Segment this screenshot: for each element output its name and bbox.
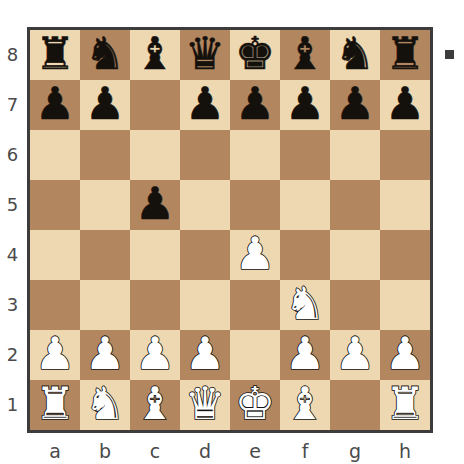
square-h3[interactable] (380, 280, 430, 330)
black-pawn-e7[interactable]: ♟ (235, 80, 275, 129)
square-c7[interactable] (130, 80, 180, 130)
square-a4[interactable] (30, 230, 80, 280)
square-d3[interactable] (180, 280, 230, 330)
chess-app-window: ♜♞♝♛♚♝♞♜♟♟♟♟♟♟♟♟♟♞♟♟♟♟♟♟♟♜♞♝♛♚♝♜ 8765432… (0, 0, 464, 464)
square-e1[interactable]: ♚ (230, 380, 280, 430)
file-label-g: g (330, 438, 380, 464)
black-pawn-f7[interactable]: ♟ (285, 80, 325, 129)
black-pawn-d7[interactable]: ♟ (185, 80, 225, 129)
square-f6[interactable] (280, 130, 330, 180)
file-label-c: c (130, 438, 180, 464)
rank-label-8: 8 (0, 30, 25, 80)
rank-label-6: 6 (0, 130, 25, 180)
square-h6[interactable] (380, 130, 430, 180)
square-b2[interactable]: ♟ (80, 330, 130, 380)
square-a6[interactable] (30, 130, 80, 180)
square-e6[interactable] (230, 130, 280, 180)
square-d7[interactable]: ♟ (180, 80, 230, 130)
square-b8[interactable]: ♞ (80, 30, 130, 80)
square-d6[interactable] (180, 130, 230, 180)
square-a8[interactable]: ♜ (30, 30, 80, 80)
white-pawn-d2[interactable]: ♟ (185, 330, 225, 379)
square-h2[interactable]: ♟ (380, 330, 430, 380)
square-b6[interactable] (80, 130, 130, 180)
square-e4[interactable]: ♟ (230, 230, 280, 280)
white-bishop-c1[interactable]: ♝ (135, 380, 175, 429)
rank-label-3: 3 (0, 280, 25, 330)
black-knight-g8[interactable]: ♞ (335, 30, 375, 79)
square-c2[interactable]: ♟ (130, 330, 180, 380)
file-label-f: f (280, 438, 330, 464)
square-a7[interactable]: ♟ (30, 80, 80, 130)
square-g2[interactable]: ♟ (330, 330, 380, 380)
square-g4[interactable] (330, 230, 380, 280)
square-a1[interactable]: ♜ (30, 380, 80, 430)
rank-label-5: 5 (0, 180, 25, 230)
white-knight-f3[interactable]: ♞ (285, 280, 325, 329)
black-bishop-c8[interactable]: ♝ (135, 30, 175, 79)
rank-label-4: 4 (0, 230, 25, 280)
square-c4[interactable] (130, 230, 180, 280)
black-rook-h8[interactable]: ♜ (385, 30, 425, 79)
black-queen-d8[interactable]: ♛ (185, 30, 225, 79)
white-rook-a1[interactable]: ♜ (35, 380, 75, 429)
rank-label-1: 1 (0, 380, 25, 430)
square-h5[interactable] (380, 180, 430, 230)
square-d4[interactable] (180, 230, 230, 280)
square-g7[interactable]: ♟ (330, 80, 380, 130)
square-f5[interactable] (280, 180, 330, 230)
black-knight-b8[interactable]: ♞ (85, 30, 125, 79)
square-d5[interactable] (180, 180, 230, 230)
square-d1[interactable]: ♛ (180, 380, 230, 430)
black-pawn-b7[interactable]: ♟ (85, 80, 125, 129)
square-f3[interactable]: ♞ (280, 280, 330, 330)
square-h7[interactable]: ♟ (380, 80, 430, 130)
white-queen-d1[interactable]: ♛ (185, 380, 225, 429)
file-label-a: a (30, 438, 80, 464)
square-d2[interactable]: ♟ (180, 330, 230, 380)
chess-board: ♜♞♝♛♚♝♞♜♟♟♟♟♟♟♟♟♟♞♟♟♟♟♟♟♟♜♞♝♛♚♝♜ (27, 27, 433, 433)
square-c6[interactable] (130, 130, 180, 180)
square-g8[interactable]: ♞ (330, 30, 380, 80)
square-b1[interactable]: ♞ (80, 380, 130, 430)
square-a2[interactable]: ♟ (30, 330, 80, 380)
square-c8[interactable]: ♝ (130, 30, 180, 80)
white-rook-h1[interactable]: ♜ (385, 380, 425, 429)
black-pawn-h7[interactable]: ♟ (385, 80, 425, 129)
rank-label-2: 2 (0, 330, 25, 380)
square-d8[interactable]: ♛ (180, 30, 230, 80)
square-f4[interactable] (280, 230, 330, 280)
square-f8[interactable]: ♝ (280, 30, 330, 80)
square-g6[interactable] (330, 130, 380, 180)
square-f2[interactable]: ♟ (280, 330, 330, 380)
square-a3[interactable] (30, 280, 80, 330)
white-knight-b1[interactable]: ♞ (85, 380, 125, 429)
square-e2[interactable] (230, 330, 280, 380)
square-b5[interactable] (80, 180, 130, 230)
square-c3[interactable] (130, 280, 180, 330)
square-e5[interactable] (230, 180, 280, 230)
white-pawn-h2[interactable]: ♟ (385, 330, 425, 379)
black-bishop-f8[interactable]: ♝ (285, 30, 325, 79)
square-g1[interactable] (330, 380, 380, 430)
white-pawn-c2[interactable]: ♟ (135, 330, 175, 379)
square-e3[interactable] (230, 280, 280, 330)
square-h4[interactable] (380, 230, 430, 280)
black-rook-a8[interactable]: ♜ (35, 30, 75, 79)
black-king-e8[interactable]: ♚ (235, 30, 275, 79)
square-g5[interactable] (330, 180, 380, 230)
file-label-d: d (180, 438, 230, 464)
white-pawn-e4[interactable]: ♟ (235, 230, 275, 279)
white-pawn-g2[interactable]: ♟ (335, 330, 375, 379)
file-label-b: b (80, 438, 130, 464)
square-h8[interactable]: ♜ (380, 30, 430, 80)
black-pawn-a7[interactable]: ♟ (35, 80, 75, 129)
square-g3[interactable] (330, 280, 380, 330)
file-label-e: e (230, 438, 280, 464)
file-label-h: h (380, 438, 430, 464)
black-pawn-c5[interactable]: ♟ (135, 180, 175, 229)
turn-indicator-black-to-move (445, 50, 454, 59)
white-king-e1[interactable]: ♚ (235, 380, 275, 429)
white-pawn-b2[interactable]: ♟ (85, 330, 125, 379)
square-e7[interactable]: ♟ (230, 80, 280, 130)
square-a5[interactable] (30, 180, 80, 230)
square-h1[interactable]: ♜ (380, 380, 430, 430)
rank-label-7: 7 (0, 80, 25, 130)
square-f7[interactable]: ♟ (280, 80, 330, 130)
square-c1[interactable]: ♝ (130, 380, 180, 430)
white-pawn-f2[interactable]: ♟ (285, 330, 325, 379)
square-c5[interactable]: ♟ (130, 180, 180, 230)
square-b4[interactable] (80, 230, 130, 280)
square-e8[interactable]: ♚ (230, 30, 280, 80)
white-bishop-f1[interactable]: ♝ (285, 380, 325, 429)
square-b7[interactable]: ♟ (80, 80, 130, 130)
square-b3[interactable] (80, 280, 130, 330)
white-pawn-a2[interactable]: ♟ (35, 330, 75, 379)
black-pawn-g7[interactable]: ♟ (335, 80, 375, 129)
square-f1[interactable]: ♝ (280, 380, 330, 430)
